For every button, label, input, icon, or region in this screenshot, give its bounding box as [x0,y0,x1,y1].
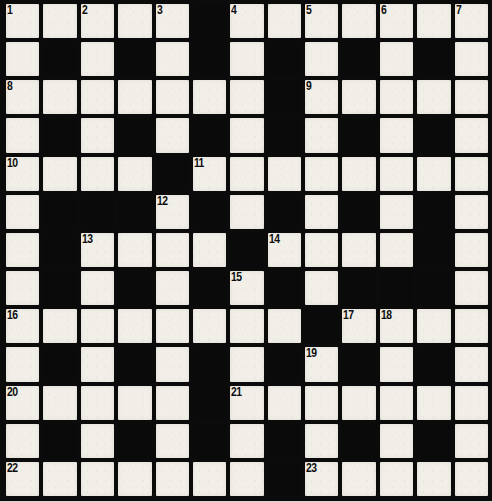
cell-r9c7[interactable] [230,309,263,343]
clue-number-23: 23 [306,461,316,475]
cell-r8c9[interactable] [305,271,338,305]
cell-r2c1[interactable] [6,42,39,76]
block-r1c6 [193,4,226,38]
block-r13c8 [268,462,301,496]
block-r7c7 [230,233,263,267]
cell-r11c9[interactable] [305,386,338,420]
cell-r12c9[interactable] [305,424,338,458]
block-r8c8 [268,271,301,305]
cell-r7c4[interactable] [118,233,151,267]
block-r12c4 [118,424,151,458]
block-r2c8 [268,42,301,76]
clue-number-9: 9 [306,79,311,93]
cell-r9c4[interactable] [118,309,151,343]
block-r4c4 [118,118,151,152]
block-r5c5 [156,157,189,191]
block-r7c2 [43,233,76,267]
block-r11c6 [193,386,226,420]
cell-r7c11[interactable] [380,233,413,267]
block-r8c11 [380,271,413,305]
cell-r1c13[interactable]: 7 [455,4,488,38]
cell-r4c11[interactable] [380,118,413,152]
cell-r4c7[interactable] [230,118,263,152]
block-r2c2 [43,42,76,76]
cell-r4c3[interactable] [81,118,114,152]
block-r8c2 [43,271,76,305]
cell-r12c1[interactable] [6,424,39,458]
block-r4c2 [43,118,76,152]
clue-number-14: 14 [269,232,279,246]
cell-r5c11[interactable] [380,157,413,191]
block-r8c10 [342,271,375,305]
cell-r12c11[interactable] [380,424,413,458]
crossword-puzzle: 1234567891011121314151617181920212223 [0,0,492,502]
cell-r5c9[interactable] [305,157,338,191]
block-r6c12 [417,195,450,229]
cell-r5c4[interactable] [118,157,151,191]
cell-r8c13[interactable] [455,271,488,305]
cell-r8c3[interactable] [81,271,114,305]
cell-r6c13[interactable] [455,195,488,229]
clue-number-22: 22 [7,461,17,475]
cell-r3c12[interactable] [417,80,450,114]
cell-r11c12[interactable] [417,386,450,420]
block-r6c3 [81,195,114,229]
block-r8c4 [118,271,151,305]
cell-r13c5[interactable] [156,462,189,496]
cell-r3c6[interactable] [193,80,226,114]
cell-r4c9[interactable] [305,118,338,152]
cell-r7c10[interactable] [342,233,375,267]
cell-r3c10[interactable] [342,80,375,114]
clue-number-12: 12 [157,194,167,208]
cell-r4c13[interactable] [455,118,488,152]
cell-r1c2[interactable] [43,4,76,38]
cell-r9c6[interactable] [193,309,226,343]
clue-number-3: 3 [157,3,162,17]
cell-r6c9[interactable] [305,195,338,229]
clue-number-5: 5 [306,3,311,17]
cell-r7c5[interactable] [156,233,189,267]
cell-r13c10[interactable] [342,462,375,496]
cell-r11c8[interactable] [268,386,301,420]
cell-r10c3[interactable] [81,347,114,381]
cell-r3c13[interactable] [455,80,488,114]
cell-r13c1[interactable]: 22 [6,462,39,496]
clue-number-7: 7 [456,3,461,17]
cell-r11c11[interactable] [380,386,413,420]
cell-r2c7[interactable] [230,42,263,76]
cell-r3c5[interactable] [156,80,189,114]
cell-r2c5[interactable] [156,42,189,76]
cell-r8c1[interactable] [6,271,39,305]
block-r8c12 [417,271,450,305]
cell-r7c6[interactable] [193,233,226,267]
block-r12c2 [43,424,76,458]
block-r2c12 [417,42,450,76]
cell-r9c12[interactable] [417,309,450,343]
block-r2c10 [342,42,375,76]
clue-number-11: 11 [194,156,204,170]
cell-r9c11[interactable]: 18 [380,309,413,343]
clue-number-21: 21 [231,385,241,399]
cell-r10c9[interactable]: 19 [305,347,338,381]
cell-r1c10[interactable] [342,4,375,38]
cell-r5c13[interactable] [455,157,488,191]
cell-r7c8[interactable]: 14 [268,233,301,267]
clue-number-13: 13 [82,232,92,246]
clue-number-6: 6 [381,3,386,17]
cell-r9c1[interactable]: 16 [6,309,39,343]
cell-r13c12[interactable] [417,462,450,496]
clue-number-20: 20 [7,385,17,399]
cell-r13c7[interactable] [230,462,263,496]
cell-r13c13[interactable] [455,462,488,496]
block-r10c12 [417,347,450,381]
cell-r10c13[interactable] [455,347,488,381]
cell-r2c9[interactable] [305,42,338,76]
cell-r5c6[interactable]: 11 [193,157,226,191]
cell-r7c9[interactable] [305,233,338,267]
block-r12c8 [268,424,301,458]
cell-r11c10[interactable] [342,386,375,420]
block-r9c9 [305,309,338,343]
block-r10c10 [342,347,375,381]
cell-r13c2[interactable] [43,462,76,496]
cell-r3c9[interactable]: 9 [305,80,338,114]
clue-number-4: 4 [231,3,236,17]
cell-r5c8[interactable] [268,157,301,191]
cell-r2c3[interactable] [81,42,114,76]
cell-r11c13[interactable] [455,386,488,420]
cell-r11c7[interactable]: 21 [230,386,263,420]
cell-r12c7[interactable] [230,424,263,458]
block-r4c10 [342,118,375,152]
clue-number-18: 18 [381,308,391,322]
cell-r2c13[interactable] [455,42,488,76]
cell-r1c8[interactable] [268,4,301,38]
clue-number-16: 16 [7,308,17,322]
block-r10c4 [118,347,151,381]
cell-r11c1[interactable]: 20 [6,386,39,420]
cell-r7c13[interactable] [455,233,488,267]
cell-r5c10[interactable] [342,157,375,191]
cell-r10c7[interactable] [230,347,263,381]
clue-number-10: 10 [7,156,17,170]
block-r6c10 [342,195,375,229]
cell-r3c11[interactable] [380,80,413,114]
cell-r12c5[interactable] [156,424,189,458]
cell-r5c2[interactable] [43,157,76,191]
cell-r12c13[interactable] [455,424,488,458]
cell-r6c5[interactable]: 12 [156,195,189,229]
cell-r3c7[interactable] [230,80,263,114]
cell-r5c1[interactable]: 10 [6,157,39,191]
block-r6c8 [268,195,301,229]
block-r10c8 [268,347,301,381]
cell-r4c5[interactable] [156,118,189,152]
cell-r1c9[interactable]: 5 [305,4,338,38]
block-r12c6 [193,424,226,458]
cell-r5c7[interactable] [230,157,263,191]
cell-r6c7[interactable] [230,195,263,229]
cell-r1c12[interactable] [417,4,450,38]
cell-r12c3[interactable] [81,424,114,458]
cell-r13c11[interactable] [380,462,413,496]
cell-r13c9[interactable]: 23 [305,462,338,496]
cell-r9c8[interactable] [268,309,301,343]
cell-r10c1[interactable] [6,347,39,381]
cell-r10c11[interactable] [380,347,413,381]
cell-r5c3[interactable] [81,157,114,191]
clue-number-1: 1 [7,3,12,17]
cell-r6c11[interactable] [380,195,413,229]
cell-r1c4[interactable] [118,4,151,38]
cell-r9c2[interactable] [43,309,76,343]
cell-r8c7[interactable]: 15 [230,271,263,305]
block-r6c2 [43,195,76,229]
block-r2c4 [118,42,151,76]
cell-r3c3[interactable] [81,80,114,114]
cell-r11c3[interactable] [81,386,114,420]
cell-r9c3[interactable] [81,309,114,343]
block-r12c10 [342,424,375,458]
cell-r9c10[interactable]: 17 [342,309,375,343]
block-r8c6 [193,271,226,305]
clue-number-8: 8 [7,79,12,93]
cell-r1c7[interactable]: 4 [230,4,263,38]
cell-r3c1[interactable]: 8 [6,80,39,114]
block-r10c6 [193,347,226,381]
cell-r6c1[interactable] [6,195,39,229]
cell-r4c1[interactable] [6,118,39,152]
clue-number-15: 15 [231,270,241,284]
cell-r3c2[interactable] [43,80,76,114]
block-r4c6 [193,118,226,152]
cell-r11c2[interactable] [43,386,76,420]
cell-r8c5[interactable] [156,271,189,305]
cell-r11c4[interactable] [118,386,151,420]
block-r7c12 [417,233,450,267]
cell-r9c5[interactable] [156,309,189,343]
cell-r5c12[interactable] [417,157,450,191]
cell-r7c3[interactable]: 13 [81,233,114,267]
clue-number-2: 2 [82,3,87,17]
block-r3c8 [268,80,301,114]
block-r12c12 [417,424,450,458]
cell-r2c11[interactable] [380,42,413,76]
cell-r3c4[interactable] [118,80,151,114]
cell-r13c6[interactable] [193,462,226,496]
cell-r11c5[interactable] [156,386,189,420]
cell-r1c5[interactable]: 3 [156,4,189,38]
block-r2c6 [193,42,226,76]
cell-r9c13[interactable] [455,309,488,343]
block-r10c2 [43,347,76,381]
clue-number-19: 19 [306,346,316,360]
cell-r13c4[interactable] [118,462,151,496]
block-r4c8 [268,118,301,152]
cell-r1c1[interactable]: 1 [6,4,39,38]
cell-r1c11[interactable]: 6 [380,4,413,38]
cell-r1c3[interactable]: 2 [81,4,114,38]
cell-r10c5[interactable] [156,347,189,381]
block-r4c12 [417,118,450,152]
clue-number-17: 17 [343,308,353,322]
block-r6c6 [193,195,226,229]
crossword-board: 1234567891011121314151617181920212223 [0,0,492,502]
block-r6c4 [118,195,151,229]
cell-r7c1[interactable] [6,233,39,267]
cell-r13c3[interactable] [81,462,114,496]
